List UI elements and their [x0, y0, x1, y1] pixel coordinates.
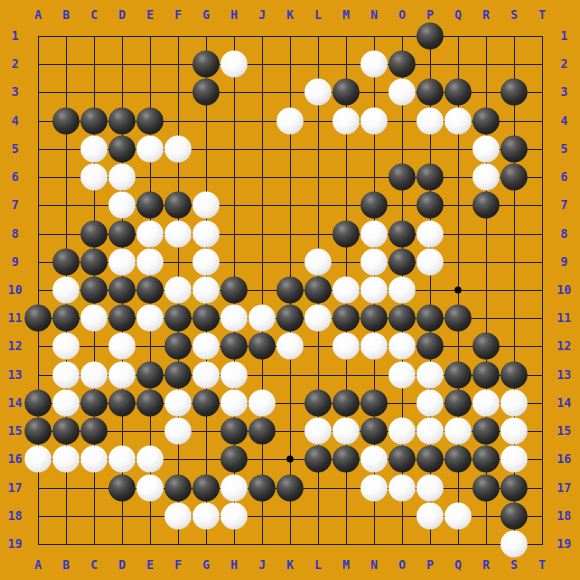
stone-black-F11 [165, 305, 192, 332]
stone-white-O12 [389, 333, 416, 360]
stone-white-F18 [165, 502, 192, 529]
stone-black-R13 [473, 361, 500, 388]
stone-white-R6 [473, 164, 500, 191]
stone-black-D5 [109, 135, 136, 162]
stone-white-E17 [137, 474, 164, 501]
stone-black-Q3 [445, 79, 472, 106]
coord-label-bottom: S [510, 559, 517, 571]
stone-white-E5 [137, 135, 164, 162]
stone-black-E14 [137, 389, 164, 416]
stone-white-P18 [417, 502, 444, 529]
stone-white-E16 [137, 446, 164, 473]
stone-black-A14 [25, 389, 52, 416]
stone-black-A11 [25, 305, 52, 332]
stone-white-F10 [165, 276, 192, 303]
star-point [287, 456, 294, 463]
coord-label-left: 19 [8, 538, 22, 550]
stone-white-G10 [193, 276, 220, 303]
stone-white-M4 [333, 107, 360, 134]
coord-label-left: 1 [11, 30, 18, 42]
coord-label-left: 15 [8, 425, 22, 437]
stone-white-P8 [417, 220, 444, 247]
coord-label-left: 9 [11, 256, 18, 268]
coord-label-right: 12 [557, 340, 571, 352]
stone-white-O3 [389, 79, 416, 106]
coord-label-bottom: L [314, 559, 321, 571]
coord-label-right: 8 [560, 228, 567, 240]
stone-white-D13 [109, 361, 136, 388]
stone-black-E13 [137, 361, 164, 388]
coord-label-top: O [398, 9, 405, 21]
coord-label-left: 18 [8, 510, 22, 522]
coord-label-right: 6 [560, 171, 567, 183]
stone-white-N2 [361, 51, 388, 78]
stone-white-B10 [53, 276, 80, 303]
stone-white-H14 [221, 389, 248, 416]
coord-label-left: 14 [8, 397, 22, 409]
coord-label-bottom: F [174, 559, 181, 571]
stone-black-D8 [109, 220, 136, 247]
stone-white-P14 [417, 389, 444, 416]
stone-black-D4 [109, 107, 136, 134]
stone-white-N4 [361, 107, 388, 134]
coord-label-top: J [258, 9, 265, 21]
stone-black-G2 [193, 51, 220, 78]
coord-label-right: 13 [557, 369, 571, 381]
stone-white-H13 [221, 361, 248, 388]
stone-white-N10 [361, 276, 388, 303]
coord-label-top: B [62, 9, 69, 21]
coord-label-right: 10 [557, 284, 571, 296]
stone-white-D7 [109, 192, 136, 219]
coord-label-top: S [510, 9, 517, 21]
stone-black-C10 [81, 276, 108, 303]
stone-black-M11 [333, 305, 360, 332]
coord-label-bottom: T [538, 559, 545, 571]
coord-label-left: 2 [11, 58, 18, 70]
stone-black-N14 [361, 389, 388, 416]
stone-black-S5 [501, 135, 528, 162]
stone-black-P1 [417, 23, 444, 50]
stone-white-C6 [81, 164, 108, 191]
stone-black-P16 [417, 446, 444, 473]
stone-white-S15 [501, 418, 528, 445]
coord-label-right: 7 [560, 199, 567, 211]
coord-label-right: 11 [557, 312, 571, 324]
stone-black-Q13 [445, 361, 472, 388]
coord-label-right: 3 [560, 86, 567, 98]
stone-white-M15 [333, 418, 360, 445]
stone-black-G17 [193, 474, 220, 501]
stone-black-S17 [501, 474, 528, 501]
stone-black-Q16 [445, 446, 472, 473]
stone-black-J15 [249, 418, 276, 445]
stone-white-J11 [249, 305, 276, 332]
coord-label-right: 9 [560, 256, 567, 268]
stone-black-O11 [389, 305, 416, 332]
grid-line-v [542, 36, 543, 545]
coord-label-left: 6 [11, 171, 18, 183]
stone-black-L14 [305, 389, 332, 416]
stone-white-B16 [53, 446, 80, 473]
stone-black-C15 [81, 418, 108, 445]
coord-label-right: 1 [560, 30, 567, 42]
stone-black-J12 [249, 333, 276, 360]
stone-white-H2 [221, 51, 248, 78]
stone-white-D16 [109, 446, 136, 473]
coord-label-left: 17 [8, 482, 22, 494]
coord-label-bottom: J [258, 559, 265, 571]
stone-white-P9 [417, 248, 444, 275]
stone-white-N16 [361, 446, 388, 473]
stone-white-B13 [53, 361, 80, 388]
stone-white-F15 [165, 418, 192, 445]
stone-white-O15 [389, 418, 416, 445]
coord-label-top: R [482, 9, 489, 21]
stone-black-K10 [277, 276, 304, 303]
coord-label-top: C [90, 9, 97, 21]
coord-label-bottom: B [62, 559, 69, 571]
coord-label-top: M [342, 9, 349, 21]
coord-label-left: 4 [11, 115, 18, 127]
stone-white-G9 [193, 248, 220, 275]
coord-label-bottom: C [90, 559, 97, 571]
stone-white-A16 [25, 446, 52, 473]
coord-label-bottom: O [398, 559, 405, 571]
stone-black-S13 [501, 361, 528, 388]
stone-black-H15 [221, 418, 248, 445]
stone-black-R17 [473, 474, 500, 501]
stone-white-N17 [361, 474, 388, 501]
stone-white-S14 [501, 389, 528, 416]
coord-label-bottom: D [118, 559, 125, 571]
stone-black-S18 [501, 502, 528, 529]
stone-black-D11 [109, 305, 136, 332]
stone-white-P13 [417, 361, 444, 388]
coord-label-bottom: H [230, 559, 237, 571]
stone-black-H10 [221, 276, 248, 303]
stone-black-B9 [53, 248, 80, 275]
coord-label-left: 12 [8, 340, 22, 352]
coord-label-top: D [118, 9, 125, 21]
coord-label-top: A [34, 9, 41, 21]
coord-label-left: 11 [8, 312, 22, 324]
stone-black-E10 [137, 276, 164, 303]
stone-white-L9 [305, 248, 332, 275]
coord-label-bottom: P [426, 559, 433, 571]
stone-white-O17 [389, 474, 416, 501]
coord-label-right: 16 [557, 453, 571, 465]
stone-white-D12 [109, 333, 136, 360]
stone-white-S16 [501, 446, 528, 473]
coord-label-right: 17 [557, 482, 571, 494]
stone-black-R4 [473, 107, 500, 134]
stone-black-H16 [221, 446, 248, 473]
stone-black-L16 [305, 446, 332, 473]
stone-black-S3 [501, 79, 528, 106]
stone-white-B12 [53, 333, 80, 360]
stone-white-G13 [193, 361, 220, 388]
stone-white-K4 [277, 107, 304, 134]
stone-white-D9 [109, 248, 136, 275]
stone-black-O9 [389, 248, 416, 275]
stone-white-Q4 [445, 107, 472, 134]
stone-white-M10 [333, 276, 360, 303]
coord-label-top: P [426, 9, 433, 21]
stone-white-G7 [193, 192, 220, 219]
coord-label-bottom: M [342, 559, 349, 571]
coord-label-top: K [286, 9, 293, 21]
stone-white-N12 [361, 333, 388, 360]
coord-label-left: 5 [11, 143, 18, 155]
coord-label-top: L [314, 9, 321, 21]
stone-black-S6 [501, 164, 528, 191]
stone-black-O8 [389, 220, 416, 247]
stone-black-R12 [473, 333, 500, 360]
stone-black-G3 [193, 79, 220, 106]
stone-white-P4 [417, 107, 444, 134]
stone-black-P12 [417, 333, 444, 360]
stone-white-E11 [137, 305, 164, 332]
stone-white-J14 [249, 389, 276, 416]
coord-label-top: H [230, 9, 237, 21]
stone-black-H12 [221, 333, 248, 360]
stone-black-M8 [333, 220, 360, 247]
coord-label-bottom: N [370, 559, 377, 571]
stone-white-S19 [501, 530, 528, 557]
stone-black-O16 [389, 446, 416, 473]
stone-white-L15 [305, 418, 332, 445]
coord-label-right: 18 [557, 510, 571, 522]
stone-white-B14 [53, 389, 80, 416]
stone-black-D17 [109, 474, 136, 501]
stone-black-P3 [417, 79, 444, 106]
stone-white-E9 [137, 248, 164, 275]
stone-white-Q18 [445, 502, 472, 529]
stone-black-R7 [473, 192, 500, 219]
star-point [455, 286, 462, 293]
stone-white-K12 [277, 333, 304, 360]
stone-black-C9 [81, 248, 108, 275]
coord-label-right: 15 [557, 425, 571, 437]
stone-white-C11 [81, 305, 108, 332]
stone-white-O10 [389, 276, 416, 303]
stone-white-P17 [417, 474, 444, 501]
stone-black-M3 [333, 79, 360, 106]
stone-black-M14 [333, 389, 360, 416]
coord-label-bottom: Q [454, 559, 461, 571]
stone-black-G14 [193, 389, 220, 416]
grid-line-h [38, 544, 543, 545]
coord-label-bottom: K [286, 559, 293, 571]
stone-black-D10 [109, 276, 136, 303]
stone-white-F5 [165, 135, 192, 162]
stone-white-N8 [361, 220, 388, 247]
stone-white-Q15 [445, 418, 472, 445]
stone-black-P6 [417, 164, 444, 191]
stone-black-O2 [389, 51, 416, 78]
stone-white-C16 [81, 446, 108, 473]
stone-black-C4 [81, 107, 108, 134]
stone-black-B11 [53, 305, 80, 332]
stone-black-F7 [165, 192, 192, 219]
stone-white-F8 [165, 220, 192, 247]
stone-black-P11 [417, 305, 444, 332]
stone-black-F13 [165, 361, 192, 388]
coord-label-top: F [174, 9, 181, 21]
stone-white-O13 [389, 361, 416, 388]
stone-black-M16 [333, 446, 360, 473]
stone-black-E4 [137, 107, 164, 134]
stone-black-F17 [165, 474, 192, 501]
coord-label-bottom: E [146, 559, 153, 571]
stone-black-O6 [389, 164, 416, 191]
stone-black-N11 [361, 305, 388, 332]
coord-label-top: T [538, 9, 545, 21]
stone-white-H18 [221, 502, 248, 529]
stone-white-C13 [81, 361, 108, 388]
coord-label-top: Q [454, 9, 461, 21]
stone-black-P7 [417, 192, 444, 219]
stone-white-R14 [473, 389, 500, 416]
stone-black-N7 [361, 192, 388, 219]
coord-label-left: 3 [11, 86, 18, 98]
stone-white-P15 [417, 418, 444, 445]
coord-label-left: 16 [8, 453, 22, 465]
stone-black-G11 [193, 305, 220, 332]
stone-white-G18 [193, 502, 220, 529]
stone-white-R5 [473, 135, 500, 162]
stone-black-L10 [305, 276, 332, 303]
stone-black-K17 [277, 474, 304, 501]
coord-label-right: 2 [560, 58, 567, 70]
stone-black-R16 [473, 446, 500, 473]
stone-white-D6 [109, 164, 136, 191]
stone-white-G12 [193, 333, 220, 360]
stone-white-M12 [333, 333, 360, 360]
stone-black-B4 [53, 107, 80, 134]
stone-black-B15 [53, 418, 80, 445]
coord-label-bottom: A [34, 559, 41, 571]
coord-label-left: 10 [8, 284, 22, 296]
stone-black-J17 [249, 474, 276, 501]
coord-label-bottom: R [482, 559, 489, 571]
stone-white-L11 [305, 305, 332, 332]
stone-black-Q11 [445, 305, 472, 332]
coord-label-bottom: G [202, 559, 209, 571]
coord-label-left: 8 [11, 228, 18, 240]
stone-black-E7 [137, 192, 164, 219]
stone-black-R15 [473, 418, 500, 445]
coord-label-right: 4 [560, 115, 567, 127]
stone-black-C8 [81, 220, 108, 247]
stone-white-F14 [165, 389, 192, 416]
coord-label-right: 5 [560, 143, 567, 155]
go-board[interactable]: AABBCCDDEEFFGGHHJJKKLLMMNNOOPPQQRRSSTT11… [0, 0, 580, 580]
coord-label-top: G [202, 9, 209, 21]
stone-black-A15 [25, 418, 52, 445]
stone-black-K11 [277, 305, 304, 332]
stone-white-H11 [221, 305, 248, 332]
coord-label-top: E [146, 9, 153, 21]
coord-label-top: N [370, 9, 377, 21]
coord-label-right: 14 [557, 397, 571, 409]
stone-white-E8 [137, 220, 164, 247]
stone-black-N15 [361, 418, 388, 445]
stone-white-C5 [81, 135, 108, 162]
coord-label-left: 7 [11, 199, 18, 211]
stone-black-D14 [109, 389, 136, 416]
stone-white-L3 [305, 79, 332, 106]
stone-white-G8 [193, 220, 220, 247]
stone-white-N9 [361, 248, 388, 275]
coord-label-left: 13 [8, 369, 22, 381]
stone-black-C14 [81, 389, 108, 416]
stone-black-Q14 [445, 389, 472, 416]
stone-black-F12 [165, 333, 192, 360]
coord-label-right: 19 [557, 538, 571, 550]
stone-white-H17 [221, 474, 248, 501]
